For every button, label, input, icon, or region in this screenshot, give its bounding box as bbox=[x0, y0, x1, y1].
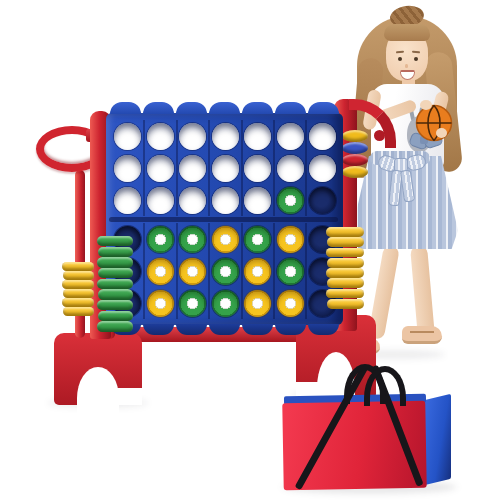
board-bump bbox=[209, 102, 240, 114]
yellow-ring-disc bbox=[147, 258, 174, 285]
yellow-ring-disc bbox=[212, 226, 239, 253]
board-cell-r3c7 bbox=[305, 184, 337, 216]
child-eye bbox=[398, 57, 402, 61]
board-cell-r5c2 bbox=[143, 255, 175, 287]
board-cell-r1c7 bbox=[305, 120, 337, 152]
yellow-ring-disc bbox=[277, 226, 304, 253]
green-ring-disc bbox=[212, 258, 239, 285]
hook-rings bbox=[342, 130, 368, 178]
board-bumps-top bbox=[110, 102, 339, 114]
basketball bbox=[415, 104, 453, 142]
yellow-ring-disc bbox=[244, 258, 271, 285]
board-cell-r2c5 bbox=[241, 152, 273, 184]
board-cell-r5c5 bbox=[241, 255, 273, 287]
board-cell-r2c7 bbox=[305, 152, 337, 184]
green-ring-disc bbox=[277, 187, 304, 214]
connect-four-board bbox=[106, 113, 343, 325]
yellow-toss-ring bbox=[62, 280, 94, 289]
empty-hole bbox=[309, 123, 336, 150]
empty-hole bbox=[179, 123, 206, 150]
green-toss-ring bbox=[97, 321, 133, 331]
board-cell-r5c4 bbox=[208, 255, 240, 287]
green-toss-ring bbox=[97, 279, 133, 289]
red-hook-ring bbox=[342, 154, 368, 166]
yellow-ring-disc bbox=[179, 258, 206, 285]
child-leg bbox=[410, 245, 435, 336]
green-ring-disc bbox=[179, 226, 206, 253]
yellow-toss-ring bbox=[63, 289, 94, 298]
board-cell-r3c6 bbox=[273, 184, 305, 216]
green-toss-ring bbox=[97, 257, 133, 267]
empty-hole bbox=[244, 187, 271, 214]
board-cell-r3c2 bbox=[143, 184, 175, 216]
board-cell-r6c6 bbox=[273, 287, 305, 319]
empty-hole bbox=[244, 123, 271, 150]
board-cell-r3c4 bbox=[208, 184, 240, 216]
child-nose bbox=[405, 64, 408, 68]
board-bump bbox=[176, 324, 207, 335]
green-toss-ring bbox=[98, 311, 133, 321]
board-cell-r4c3 bbox=[176, 223, 208, 255]
empty-hole bbox=[212, 155, 239, 182]
board-cell-r3c1 bbox=[111, 184, 143, 216]
empty-hole bbox=[277, 155, 304, 182]
board-cell-r1c4 bbox=[208, 120, 240, 152]
child-eye bbox=[414, 57, 418, 61]
board-cell-r1c1 bbox=[111, 120, 143, 152]
empty-hole bbox=[212, 123, 239, 150]
board-bumps-bottom bbox=[110, 324, 339, 335]
stack-left-green bbox=[97, 236, 133, 332]
board-cell-r1c3 bbox=[176, 120, 208, 152]
board-cell-r4c4 bbox=[208, 223, 240, 255]
board-bump bbox=[242, 102, 273, 114]
yellow-toss-ring bbox=[326, 268, 364, 278]
yellow-toss-ring bbox=[62, 262, 94, 271]
green-toss-ring bbox=[97, 300, 133, 310]
yellow-toss-ring bbox=[327, 258, 364, 268]
board-cell-r3c3 bbox=[176, 184, 208, 216]
green-toss-ring bbox=[98, 289, 133, 299]
board-cell-r2c2 bbox=[143, 152, 175, 184]
product-photo-stage bbox=[0, 0, 500, 500]
board-bump bbox=[308, 102, 339, 114]
board-cell-r1c5 bbox=[241, 120, 273, 152]
board-cell-r4c2 bbox=[143, 223, 175, 255]
green-toss-ring bbox=[98, 247, 133, 257]
empty-hole bbox=[179, 155, 206, 182]
frame-left-leg-arch bbox=[77, 367, 119, 417]
board-bump bbox=[143, 324, 174, 335]
yellow-hook-ring bbox=[342, 130, 368, 142]
board-bump bbox=[242, 324, 273, 335]
empty-hole bbox=[212, 187, 239, 214]
green-ring-disc bbox=[179, 290, 206, 317]
board-cell-r4c6 bbox=[273, 223, 305, 255]
board-cell-r6c5 bbox=[241, 287, 273, 319]
board-cell-r5c6 bbox=[273, 255, 305, 287]
child-hand bbox=[420, 100, 432, 110]
yellow-toss-ring bbox=[63, 271, 94, 280]
ring-hook-tip bbox=[374, 130, 385, 141]
stack-left-yellow bbox=[62, 262, 94, 316]
board-cell-r6c2 bbox=[143, 287, 175, 319]
child-hand bbox=[436, 128, 447, 138]
green-toss-ring bbox=[97, 236, 133, 246]
green-ring-disc bbox=[244, 226, 271, 253]
empty-hole bbox=[147, 123, 174, 150]
board-bump bbox=[110, 102, 141, 114]
bag-side-panel bbox=[424, 394, 451, 485]
empty-hole bbox=[147, 155, 174, 182]
board-cell-r3c5 bbox=[241, 184, 273, 216]
yellow-toss-ring bbox=[326, 227, 364, 237]
board-cell-r6c4 bbox=[208, 287, 240, 319]
board-middle-seam bbox=[109, 217, 338, 222]
frame-left-leg-cut bbox=[116, 388, 142, 405]
board-cell-r2c6 bbox=[273, 152, 305, 184]
yellow-hook-ring bbox=[342, 166, 368, 178]
board-cell-r5c3 bbox=[176, 255, 208, 287]
board-bump bbox=[143, 102, 174, 114]
empty-hole bbox=[147, 187, 174, 214]
board-cell-r6c3 bbox=[176, 287, 208, 319]
yellow-toss-ring bbox=[327, 237, 364, 247]
yellow-toss-ring bbox=[63, 307, 94, 316]
yellow-ring-disc bbox=[147, 290, 174, 317]
green-ring-disc bbox=[212, 290, 239, 317]
frame-left-leg bbox=[54, 333, 142, 405]
empty-hole bbox=[114, 123, 141, 150]
board-cell-r1c2 bbox=[143, 120, 175, 152]
empty-hole bbox=[309, 155, 336, 182]
green-toss-ring bbox=[98, 268, 133, 278]
yellow-ring-disc bbox=[244, 290, 271, 317]
yellow-toss-ring bbox=[62, 298, 94, 307]
empty-hole bbox=[244, 155, 271, 182]
empty-hole bbox=[309, 187, 336, 214]
carry-bag bbox=[278, 364, 464, 496]
board-cell-r1c6 bbox=[273, 120, 305, 152]
stack-right-yellow bbox=[326, 227, 364, 309]
empty-hole bbox=[114, 187, 141, 214]
board-bump bbox=[209, 324, 240, 335]
yellow-toss-ring bbox=[327, 299, 364, 309]
green-ring-disc bbox=[147, 226, 174, 253]
empty-hole bbox=[179, 187, 206, 214]
blue-hook-ring bbox=[342, 142, 368, 154]
board-bump bbox=[308, 324, 339, 335]
empty-hole bbox=[114, 155, 141, 182]
green-ring-disc bbox=[277, 258, 304, 285]
yellow-ring-disc bbox=[277, 290, 304, 317]
yellow-toss-ring bbox=[326, 289, 364, 299]
child-hair-fringe bbox=[384, 24, 430, 41]
child-sandal bbox=[402, 326, 442, 344]
yellow-toss-ring bbox=[327, 278, 364, 288]
board-bump bbox=[176, 102, 207, 114]
board-cell-r2c1 bbox=[111, 152, 143, 184]
empty-hole bbox=[277, 123, 304, 150]
board-cell-r2c4 bbox=[208, 152, 240, 184]
board-bump bbox=[275, 102, 306, 114]
board-cell-r2c3 bbox=[176, 152, 208, 184]
board-cell-r4c5 bbox=[241, 223, 273, 255]
board-bump bbox=[275, 324, 306, 335]
yellow-toss-ring bbox=[326, 248, 364, 258]
